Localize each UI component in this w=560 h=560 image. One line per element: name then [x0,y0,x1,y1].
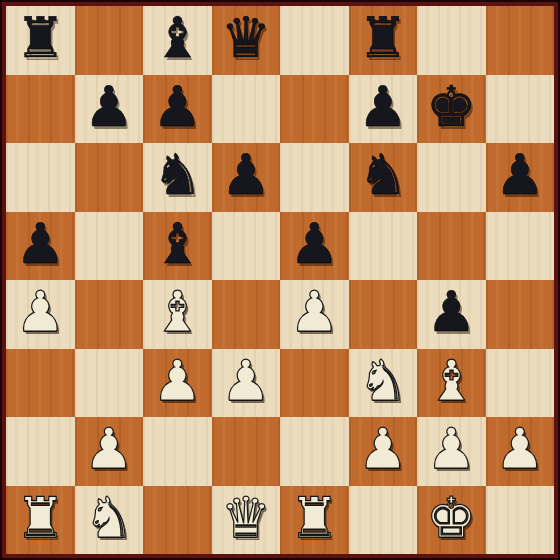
piece-white-pawn[interactable]: ♟ [152,353,202,409]
square-h4[interactable] [486,280,555,349]
square-g7[interactable]: ♚ [417,75,486,144]
square-a5[interactable]: ♟ [6,212,75,281]
square-f1[interactable] [349,486,418,555]
piece-white-knight[interactable]: ♞ [358,353,408,409]
square-h7[interactable] [486,75,555,144]
square-c6[interactable]: ♞ [143,143,212,212]
square-d7[interactable] [212,75,281,144]
piece-black-pawn[interactable]: ♟ [358,79,408,135]
square-h5[interactable] [486,212,555,281]
square-c3[interactable]: ♟ [143,349,212,418]
square-d8[interactable]: ♛ [212,6,281,75]
square-f7[interactable]: ♟ [349,75,418,144]
square-f5[interactable] [349,212,418,281]
piece-black-pawn[interactable]: ♟ [495,147,545,203]
square-a4[interactable]: ♟ [6,280,75,349]
square-f6[interactable]: ♞ [349,143,418,212]
square-b2[interactable]: ♟ [75,417,144,486]
square-a6[interactable] [6,143,75,212]
square-h1[interactable] [486,486,555,555]
square-b8[interactable] [75,6,144,75]
square-c1[interactable] [143,486,212,555]
square-c2[interactable] [143,417,212,486]
piece-black-king[interactable]: ♚ [426,79,476,135]
piece-black-pawn[interactable]: ♟ [152,79,202,135]
square-e2[interactable] [280,417,349,486]
piece-black-knight[interactable]: ♞ [152,147,202,203]
square-h3[interactable] [486,349,555,418]
square-h8[interactable] [486,6,555,75]
square-h2[interactable]: ♟ [486,417,555,486]
piece-white-pawn[interactable]: ♟ [221,353,271,409]
square-g2[interactable]: ♟ [417,417,486,486]
piece-white-pawn[interactable]: ♟ [495,421,545,477]
square-g4[interactable]: ♟ [417,280,486,349]
piece-black-pawn[interactable]: ♟ [84,79,134,135]
board-frame: ♜♝♛♜♟♟♟♚♞♟♞♟♟♝♟♟♝♟♟♟♟♞♝♟♟♟♟♜♞♛♜♚ [0,0,560,560]
piece-white-pawn[interactable]: ♟ [358,421,408,477]
piece-black-pawn[interactable]: ♟ [289,216,339,272]
chess-board: ♜♝♛♜♟♟♟♚♞♟♞♟♟♝♟♟♝♟♟♟♟♞♝♟♟♟♟♜♞♛♜♚ [6,6,554,554]
square-h6[interactable]: ♟ [486,143,555,212]
square-a7[interactable] [6,75,75,144]
square-b4[interactable] [75,280,144,349]
square-g6[interactable] [417,143,486,212]
square-f4[interactable] [349,280,418,349]
square-c8[interactable]: ♝ [143,6,212,75]
square-f8[interactable]: ♜ [349,6,418,75]
square-e5[interactable]: ♟ [280,212,349,281]
square-d1[interactable]: ♛ [212,486,281,555]
piece-black-pawn[interactable]: ♟ [15,216,65,272]
square-b1[interactable]: ♞ [75,486,144,555]
square-f3[interactable]: ♞ [349,349,418,418]
square-g3[interactable]: ♝ [417,349,486,418]
square-e7[interactable] [280,75,349,144]
square-f2[interactable]: ♟ [349,417,418,486]
square-g8[interactable] [417,6,486,75]
square-e6[interactable] [280,143,349,212]
square-e1[interactable]: ♜ [280,486,349,555]
square-b3[interactable] [75,349,144,418]
piece-white-queen[interactable]: ♛ [221,490,271,546]
square-b7[interactable]: ♟ [75,75,144,144]
square-e3[interactable] [280,349,349,418]
square-a8[interactable]: ♜ [6,6,75,75]
square-a1[interactable]: ♜ [6,486,75,555]
piece-black-knight[interactable]: ♞ [358,147,408,203]
piece-black-bishop[interactable]: ♝ [152,10,202,66]
piece-white-pawn[interactable]: ♟ [289,284,339,340]
piece-black-bishop[interactable]: ♝ [152,216,202,272]
piece-white-knight[interactable]: ♞ [84,490,134,546]
square-a3[interactable] [6,349,75,418]
square-g5[interactable] [417,212,486,281]
piece-white-pawn[interactable]: ♟ [84,421,134,477]
piece-white-bishop[interactable]: ♝ [426,353,476,409]
piece-white-rook[interactable]: ♜ [289,490,339,546]
piece-white-pawn[interactable]: ♟ [426,421,476,477]
piece-white-bishop[interactable]: ♝ [152,284,202,340]
square-a2[interactable] [6,417,75,486]
square-g1[interactable]: ♚ [417,486,486,555]
square-e8[interactable] [280,6,349,75]
square-d3[interactable]: ♟ [212,349,281,418]
square-b5[interactable] [75,212,144,281]
piece-black-rook[interactable]: ♜ [358,10,408,66]
square-c4[interactable]: ♝ [143,280,212,349]
piece-black-queen[interactable]: ♛ [221,10,271,66]
piece-white-king[interactable]: ♚ [426,490,476,546]
square-b6[interactable] [75,143,144,212]
piece-white-rook[interactable]: ♜ [15,490,65,546]
piece-black-pawn[interactable]: ♟ [221,147,271,203]
piece-white-pawn[interactable]: ♟ [15,284,65,340]
square-d4[interactable] [212,280,281,349]
square-e4[interactable]: ♟ [280,280,349,349]
piece-black-rook[interactable]: ♜ [15,10,65,66]
square-d2[interactable] [212,417,281,486]
square-c5[interactable]: ♝ [143,212,212,281]
square-c7[interactable]: ♟ [143,75,212,144]
square-d6[interactable]: ♟ [212,143,281,212]
square-d5[interactable] [212,212,281,281]
piece-black-pawn[interactable]: ♟ [426,284,476,340]
